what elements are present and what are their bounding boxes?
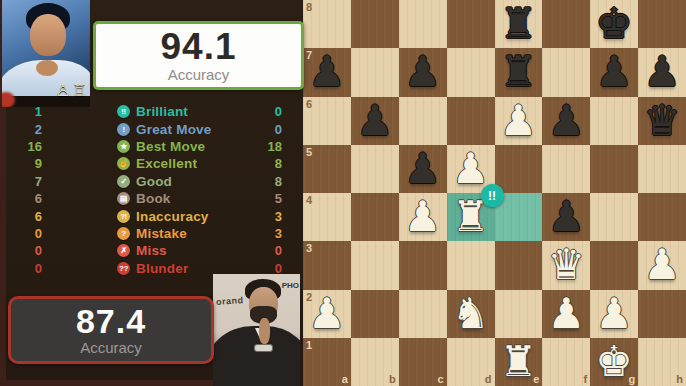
stat-row-middle: ✓Good xyxy=(42,174,248,189)
square-g4[interactable] xyxy=(590,193,638,241)
great-move-icon: ! xyxy=(117,123,130,136)
file-label-h: h xyxy=(676,374,683,385)
white-pawn[interactable]: ♟ xyxy=(303,290,351,338)
square-h3[interactable]: ♟ xyxy=(638,241,686,289)
white-pawn[interactable]: ♟ xyxy=(399,193,447,241)
square-b3[interactable] xyxy=(351,241,399,289)
square-h7[interactable]: ♟ xyxy=(638,48,686,96)
white-pawn[interactable]: ♟ xyxy=(542,290,590,338)
stat-row-middle: ?!Inaccuracy xyxy=(42,209,248,224)
black-rook[interactable]: ♜ xyxy=(495,48,543,96)
square-a1[interactable]: 1a xyxy=(303,338,351,386)
stat-row-middle: ★Best Move xyxy=(42,139,248,154)
stat-row-great-move: 2!Great Move0 xyxy=(8,120,282,137)
black-move-count: 8 xyxy=(248,156,282,171)
captured-pieces-icon: ♙♖ xyxy=(56,80,88,101)
square-g3[interactable] xyxy=(590,241,638,289)
stat-label: Miss xyxy=(136,243,167,258)
black-move-count: 0 xyxy=(248,261,282,276)
sponsor-wall-text: orand xyxy=(216,295,244,307)
good-icon: ✓ xyxy=(117,175,130,188)
stat-row-mistake: 0?Mistake3 xyxy=(8,225,282,242)
black-move-count: 0 xyxy=(248,122,282,137)
accuracy-label-white: Accuracy xyxy=(168,66,230,83)
square-f8[interactable] xyxy=(542,0,590,48)
player-photo-black: orand PHO xyxy=(213,274,300,386)
stat-row-brilliant: 1!!Brilliant0 xyxy=(8,103,282,120)
square-f4[interactable]: ♟ xyxy=(542,193,590,241)
file-label-b: b xyxy=(389,374,396,385)
white-pawn[interactable]: ♟ xyxy=(638,241,686,289)
white-move-count: 2 xyxy=(8,122,42,137)
square-h1[interactable]: h xyxy=(638,338,686,386)
square-f3[interactable]: ♛ xyxy=(542,241,590,289)
white-queen[interactable]: ♛ xyxy=(542,241,590,289)
square-b1[interactable]: b xyxy=(351,338,399,386)
stat-row-inaccuracy: 6?!Inaccuracy3 xyxy=(8,207,282,224)
black-pawn[interactable]: ♟ xyxy=(590,48,638,96)
square-e8[interactable]: ♜ xyxy=(495,0,543,48)
rank-label-3: 3 xyxy=(306,243,312,254)
square-e1[interactable]: e♜ xyxy=(495,338,543,386)
bottom-edge-strip xyxy=(0,380,213,386)
square-d3[interactable] xyxy=(447,241,495,289)
stat-label: Brilliant xyxy=(136,104,188,119)
stat-label: Best Move xyxy=(136,139,205,154)
square-c6[interactable] xyxy=(399,97,447,145)
stat-label: Inaccuracy xyxy=(136,209,209,224)
black-pawn[interactable]: ♟ xyxy=(399,145,447,193)
black-rook[interactable]: ♜ xyxy=(495,0,543,48)
black-pawn[interactable]: ♟ xyxy=(351,97,399,145)
square-f1[interactable]: f xyxy=(542,338,590,386)
square-h4[interactable] xyxy=(638,193,686,241)
file-label-d: d xyxy=(485,374,492,385)
stat-row-good: 7✓Good8 xyxy=(8,173,282,190)
square-a4[interactable]: 4 xyxy=(303,193,351,241)
square-b6[interactable]: ♟ xyxy=(351,97,399,145)
square-d2[interactable]: ♞ xyxy=(447,290,495,338)
stat-label: Book xyxy=(136,191,171,206)
stat-row-excellent: 9☝Excellent8 xyxy=(8,155,282,172)
black-move-count: 0 xyxy=(248,104,282,119)
best-move-icon: ★ xyxy=(117,140,130,153)
stat-row-middle: ▤Book xyxy=(42,191,248,206)
stat-label: Blunder xyxy=(136,261,188,276)
square-a7[interactable]: 7♟ xyxy=(303,48,351,96)
black-move-count: 8 xyxy=(248,174,282,189)
photo-hand xyxy=(259,318,270,344)
square-h2[interactable] xyxy=(638,290,686,338)
photo-suit xyxy=(213,326,300,386)
square-g1[interactable]: g♚ xyxy=(590,338,638,386)
square-b8[interactable] xyxy=(351,0,399,48)
accuracy-card-black: 87.4 Accuracy xyxy=(8,296,214,364)
mistake-icon: ? xyxy=(117,227,130,240)
square-f6[interactable]: ♟ xyxy=(542,97,590,145)
stat-row-blunder: 0??Blunder0 xyxy=(8,260,282,277)
white-move-count: 16 xyxy=(8,139,42,154)
black-queen[interactable]: ♛ xyxy=(638,97,686,145)
square-c7[interactable]: ♟ xyxy=(399,48,447,96)
black-pawn[interactable]: ♟ xyxy=(542,193,590,241)
player-photo-white: ♙♖ xyxy=(2,0,90,107)
white-pawn[interactable]: ♟ xyxy=(495,97,543,145)
stat-label: Excellent xyxy=(136,156,197,171)
file-label-a: a xyxy=(342,374,348,385)
excellent-icon: ☝ xyxy=(117,157,130,170)
chess-board[interactable]: 8♜♚7♟♟♜♟♟6♟♟♟♛5♟♟4♟♜♟3♛♟2♟♞♟♟1abcde♜fg♚h… xyxy=(303,0,686,386)
stat-row-middle: ??Blunder xyxy=(42,261,248,276)
black-move-count: 18 xyxy=(248,139,282,154)
square-e2[interactable] xyxy=(495,290,543,338)
square-b5[interactable] xyxy=(351,145,399,193)
file-label-f: f xyxy=(584,374,588,385)
move-stats-table: 1!!Brilliant02!Great Move016★Best Move18… xyxy=(8,103,282,277)
square-e3[interactable] xyxy=(495,241,543,289)
square-c3[interactable] xyxy=(399,241,447,289)
stat-row-book: 6▤Book5 xyxy=(8,190,282,207)
square-g2[interactable]: ♟ xyxy=(590,290,638,338)
stat-label: Great Move xyxy=(136,122,212,137)
square-e7[interactable]: ♜ xyxy=(495,48,543,96)
file-label-c: c xyxy=(438,374,444,385)
white-move-count: 6 xyxy=(8,209,42,224)
square-c8[interactable] xyxy=(399,0,447,48)
stat-row-middle: ✗Miss xyxy=(42,243,248,258)
square-c1[interactable]: c xyxy=(399,338,447,386)
square-f5[interactable] xyxy=(542,145,590,193)
white-move-count: 9 xyxy=(8,156,42,171)
rank-label-5: 5 xyxy=(306,147,312,158)
accuracy-card-white: 94.1 Accuracy xyxy=(93,21,304,90)
square-d1[interactable]: d xyxy=(447,338,495,386)
blunder-icon: ?? xyxy=(117,262,130,275)
black-king[interactable]: ♚ xyxy=(590,0,638,48)
square-g8[interactable]: ♚ xyxy=(590,0,638,48)
white-king[interactable]: ♚ xyxy=(590,338,638,386)
white-rook[interactable]: ♜ xyxy=(495,338,543,386)
square-h5[interactable] xyxy=(638,145,686,193)
square-h6[interactable]: ♛ xyxy=(638,97,686,145)
square-a3[interactable]: 3 xyxy=(303,241,351,289)
square-h8[interactable] xyxy=(638,0,686,48)
stat-row-middle: ?Mistake xyxy=(42,226,248,241)
square-a6[interactable]: 6 xyxy=(303,97,351,145)
square-g7[interactable]: ♟ xyxy=(590,48,638,96)
stat-row-middle: !!Brilliant xyxy=(42,104,248,119)
square-b2[interactable] xyxy=(351,290,399,338)
black-pawn[interactable]: ♟ xyxy=(303,48,351,96)
stat-row-best-move: 16★Best Move18 xyxy=(8,138,282,155)
square-c4[interactable]: ♟ xyxy=(399,193,447,241)
book-icon: ▤ xyxy=(117,192,130,205)
black-move-count: 5 xyxy=(248,191,282,206)
square-d7[interactable] xyxy=(447,48,495,96)
rank-label-8: 8 xyxy=(306,2,312,13)
brilliant-icon: !! xyxy=(117,105,130,118)
rank-label-1: 1 xyxy=(306,340,312,351)
white-move-count: 6 xyxy=(8,191,42,206)
black-pawn[interactable]: ♟ xyxy=(542,97,590,145)
accuracy-label-black: Accuracy xyxy=(80,339,142,356)
stat-label: Mistake xyxy=(136,226,187,241)
sponsor-wall-text: PHO xyxy=(282,281,299,290)
square-g5[interactable] xyxy=(590,145,638,193)
white-move-count: 1 xyxy=(8,104,42,119)
black-pawn[interactable]: ♟ xyxy=(638,48,686,96)
square-d8[interactable] xyxy=(447,0,495,48)
square-c5[interactable]: ♟ xyxy=(399,145,447,193)
square-a2[interactable]: 2♟ xyxy=(303,290,351,338)
square-a8[interactable]: 8 xyxy=(303,0,351,48)
square-a5[interactable]: 5 xyxy=(303,145,351,193)
rank-label-6: 6 xyxy=(306,99,312,110)
accuracy-value-black: 87.4 xyxy=(76,304,146,338)
photo-face xyxy=(30,14,66,56)
white-pawn[interactable]: ♟ xyxy=(590,290,638,338)
square-b7[interactable] xyxy=(351,48,399,96)
stat-row-middle: !Great Move xyxy=(42,122,248,137)
black-pawn[interactable]: ♟ xyxy=(399,48,447,96)
rank-label-4: 4 xyxy=(306,195,312,206)
photo-hand xyxy=(36,60,58,76)
square-g6[interactable] xyxy=(590,97,638,145)
square-c2[interactable] xyxy=(399,290,447,338)
stat-row-middle: ☝Excellent xyxy=(42,156,248,171)
accuracy-value-white: 94.1 xyxy=(160,28,236,65)
white-move-count: 0 xyxy=(8,243,42,258)
photo-watch xyxy=(254,344,273,352)
square-d6[interactable] xyxy=(447,97,495,145)
stat-row-miss: 0✗Miss0 xyxy=(8,242,282,259)
brilliant-move-badge: !! xyxy=(481,184,504,207)
square-f7[interactable] xyxy=(542,48,590,96)
black-move-count: 0 xyxy=(248,243,282,258)
miss-icon: ✗ xyxy=(117,244,130,257)
inaccuracy-icon: ?! xyxy=(117,210,130,223)
black-move-count: 3 xyxy=(248,226,282,241)
square-f2[interactable]: ♟ xyxy=(542,290,590,338)
black-move-count: 3 xyxy=(248,209,282,224)
white-move-count: 0 xyxy=(8,226,42,241)
square-e6[interactable]: ♟ xyxy=(495,97,543,145)
white-move-count: 7 xyxy=(8,174,42,189)
stat-label: Good xyxy=(136,174,172,189)
square-b4[interactable] xyxy=(351,193,399,241)
white-move-count: 0 xyxy=(8,261,42,276)
white-knight[interactable]: ♞ xyxy=(447,290,495,338)
square-e5[interactable] xyxy=(495,145,543,193)
game-review-screen: ♙♖ 94.1 Accuracy 1!!Brilliant02!Great Mo… xyxy=(0,0,686,386)
